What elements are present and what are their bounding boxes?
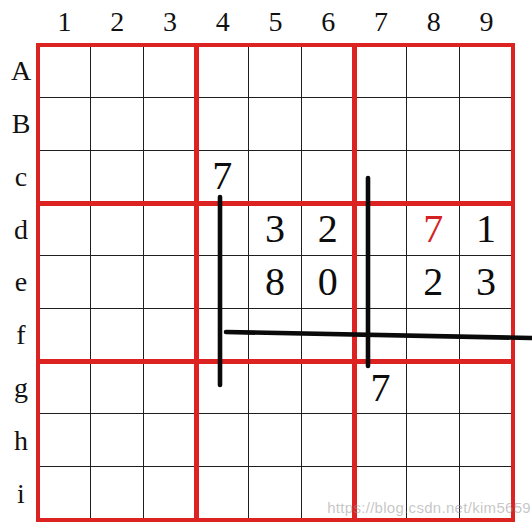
board: 7327180237	[38, 45, 513, 520]
cell-c5	[249, 151, 302, 204]
cell-h9	[460, 414, 513, 467]
cell-B6	[302, 98, 355, 151]
cell-c2	[91, 151, 144, 204]
cell-f9	[460, 309, 513, 362]
cell-e7	[355, 256, 408, 309]
cell-d6: 2	[302, 203, 355, 256]
box-border-horizontal-2	[36, 359, 515, 364]
col-label-8: 8	[407, 0, 460, 44]
cell-B3	[144, 98, 197, 151]
row-label-d: d	[6, 203, 36, 256]
cell-c6	[302, 151, 355, 204]
col-label-6: 6	[302, 0, 355, 44]
board-cells: 7327180237	[38, 45, 513, 520]
row-label-f: f	[6, 309, 36, 362]
cell-f1	[38, 309, 91, 362]
cell-i1	[38, 467, 91, 520]
cell-B2	[91, 98, 144, 151]
cell-e8: 2	[407, 256, 460, 309]
cell-h7	[355, 414, 408, 467]
row-label-c: c	[6, 151, 36, 204]
cell-f7	[355, 309, 408, 362]
cell-f5	[249, 309, 302, 362]
cell-g6	[302, 362, 355, 415]
box-border-vertical-0	[36, 43, 41, 522]
cell-A3	[144, 45, 197, 98]
cell-d3	[144, 203, 197, 256]
col-label-3: 3	[144, 0, 197, 44]
row-label-e: e	[6, 256, 36, 309]
cell-d2	[91, 203, 144, 256]
cell-A7	[355, 45, 408, 98]
cell-d9: 1	[460, 203, 513, 256]
cell-A8	[407, 45, 460, 98]
cell-A5	[249, 45, 302, 98]
cell-h5	[249, 414, 302, 467]
cell-i3	[144, 467, 197, 520]
cell-B4	[196, 98, 249, 151]
cell-d8: 7	[407, 203, 460, 256]
box-border-horizontal-0	[36, 43, 515, 48]
cell-B7	[355, 98, 408, 151]
cell-e4	[196, 256, 249, 309]
cell-c8	[407, 151, 460, 204]
cell-B5	[249, 98, 302, 151]
cell-B9	[460, 98, 513, 151]
col-label-4: 4	[196, 0, 249, 44]
cell-e1	[38, 256, 91, 309]
cell-g2	[91, 362, 144, 415]
cell-B8	[407, 98, 460, 151]
row-label-h: h	[6, 414, 36, 467]
row-label-B: B	[6, 98, 36, 151]
cell-e3	[144, 256, 197, 309]
cell-i4	[196, 467, 249, 520]
cell-A6	[302, 45, 355, 98]
cell-f3	[144, 309, 197, 362]
cell-c9	[460, 151, 513, 204]
box-border-vertical-3	[511, 43, 516, 522]
row-label-A: A	[6, 45, 36, 98]
cell-h8	[407, 414, 460, 467]
cell-f4	[196, 309, 249, 362]
box-border-horizontal-1	[36, 201, 515, 206]
cell-e2	[91, 256, 144, 309]
box-border-vertical-2	[352, 43, 357, 522]
col-label-5: 5	[249, 0, 302, 44]
col-label-1: 1	[38, 0, 91, 44]
cell-h3	[144, 414, 197, 467]
cell-g4	[196, 362, 249, 415]
col-label-2: 2	[91, 0, 144, 44]
cell-d1	[38, 203, 91, 256]
cell-f8	[407, 309, 460, 362]
cell-B1	[38, 98, 91, 151]
cell-h4	[196, 414, 249, 467]
col-label-9: 9	[460, 0, 513, 44]
cell-g1	[38, 362, 91, 415]
box-border-vertical-1	[194, 43, 199, 522]
cell-c1	[38, 151, 91, 204]
cell-g8	[407, 362, 460, 415]
cell-A9	[460, 45, 513, 98]
cell-c4: 7	[196, 151, 249, 204]
cell-e6: 0	[302, 256, 355, 309]
watermark: https://blog.csdn.net/kim5659	[327, 499, 531, 516]
cell-d7	[355, 203, 408, 256]
row-label-g: g	[6, 362, 36, 415]
cell-A2	[91, 45, 144, 98]
cell-g3	[144, 362, 197, 415]
cell-h1	[38, 414, 91, 467]
cell-d4	[196, 203, 249, 256]
cell-i5	[249, 467, 302, 520]
col-label-7: 7	[355, 0, 408, 44]
cell-h6	[302, 414, 355, 467]
cell-d5: 3	[249, 203, 302, 256]
cell-A4	[196, 45, 249, 98]
cell-g9	[460, 362, 513, 415]
cell-e5: 8	[249, 256, 302, 309]
cell-g7: 7	[355, 362, 408, 415]
cell-A1	[38, 45, 91, 98]
cell-h2	[91, 414, 144, 467]
box-border-horizontal-3	[36, 518, 515, 523]
row-label-i: i	[6, 467, 36, 520]
cell-e9: 3	[460, 256, 513, 309]
cell-c7	[355, 151, 408, 204]
cell-g5	[249, 362, 302, 415]
cell-f2	[91, 309, 144, 362]
row-labels: ABcdefghi	[6, 45, 36, 520]
cell-c3	[144, 151, 197, 204]
cell-f6	[302, 309, 355, 362]
cell-i2	[91, 467, 144, 520]
column-labels: 123456789	[38, 0, 513, 44]
puzzle-diagram: 123456789 ABcdefghi 7327180237 https://b…	[0, 0, 532, 530]
